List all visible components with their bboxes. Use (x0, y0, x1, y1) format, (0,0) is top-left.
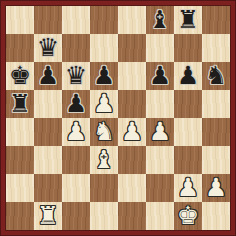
square-g3[interactable] (174, 146, 202, 174)
square-g5[interactable] (174, 90, 202, 118)
square-h2[interactable]: ♟ (202, 174, 230, 202)
square-d2[interactable] (90, 174, 118, 202)
square-a8[interactable] (6, 6, 34, 34)
square-f5[interactable] (146, 90, 174, 118)
piece-black-pawn[interactable]: ♟ (93, 62, 115, 90)
square-a7[interactable] (6, 34, 34, 62)
square-e7[interactable] (118, 34, 146, 62)
square-d1[interactable] (90, 202, 118, 230)
square-e1[interactable] (118, 202, 146, 230)
piece-black-pawn[interactable]: ♟ (177, 62, 199, 90)
square-c2[interactable] (62, 174, 90, 202)
piece-black-pawn[interactable]: ♟ (149, 62, 171, 90)
piece-white-pawn[interactable]: ♟ (149, 118, 171, 146)
piece-black-pawn[interactable]: ♟ (37, 62, 59, 90)
square-h3[interactable] (202, 146, 230, 174)
square-a5[interactable]: ♜ (6, 90, 34, 118)
square-e4[interactable]: ♟ (118, 118, 146, 146)
square-a3[interactable] (6, 146, 34, 174)
piece-white-pawn[interactable]: ♟ (121, 118, 143, 146)
square-c4[interactable]: ♟ (62, 118, 90, 146)
square-b5[interactable] (34, 90, 62, 118)
square-d3[interactable]: ♝ (90, 146, 118, 174)
square-h7[interactable] (202, 34, 230, 62)
square-b4[interactable] (34, 118, 62, 146)
square-b2[interactable] (34, 174, 62, 202)
square-e6[interactable] (118, 62, 146, 90)
square-g8[interactable]: ♜ (174, 6, 202, 34)
square-e8[interactable] (118, 6, 146, 34)
square-c1[interactable] (62, 202, 90, 230)
square-h6[interactable]: ♞ (202, 62, 230, 90)
square-b8[interactable] (34, 6, 62, 34)
chess-board: ♝♜♛♚♟♛♟♟♟♞♜♟♟♟♞♟♟♝♟♟♜♚ (6, 6, 230, 230)
square-c8[interactable] (62, 6, 90, 34)
piece-white-knight[interactable]: ♞ (93, 118, 115, 146)
square-f3[interactable] (146, 146, 174, 174)
square-a6[interactable]: ♚ (6, 62, 34, 90)
piece-white-pawn[interactable]: ♟ (93, 90, 115, 118)
piece-white-rook[interactable]: ♜ (37, 202, 59, 230)
square-d7[interactable] (90, 34, 118, 62)
square-d4[interactable]: ♞ (90, 118, 118, 146)
square-g1[interactable]: ♚ (174, 202, 202, 230)
square-f6[interactable]: ♟ (146, 62, 174, 90)
square-h1[interactable] (202, 202, 230, 230)
square-d6[interactable]: ♟ (90, 62, 118, 90)
square-f2[interactable] (146, 174, 174, 202)
square-c6[interactable]: ♛ (62, 62, 90, 90)
piece-white-pawn[interactable]: ♟ (205, 174, 227, 202)
piece-black-queen[interactable]: ♛ (37, 34, 59, 62)
square-e5[interactable] (118, 90, 146, 118)
square-g2[interactable]: ♟ (174, 174, 202, 202)
square-h8[interactable] (202, 6, 230, 34)
square-a2[interactable] (6, 174, 34, 202)
piece-black-pawn[interactable]: ♟ (65, 90, 87, 118)
square-h5[interactable] (202, 90, 230, 118)
piece-white-king[interactable]: ♚ (177, 202, 199, 230)
square-g7[interactable] (174, 34, 202, 62)
square-g6[interactable]: ♟ (174, 62, 202, 90)
square-e3[interactable] (118, 146, 146, 174)
square-c3[interactable] (62, 146, 90, 174)
piece-black-rook[interactable]: ♜ (9, 90, 31, 118)
square-d8[interactable] (90, 6, 118, 34)
piece-black-knight[interactable]: ♞ (205, 62, 227, 90)
square-b3[interactable] (34, 146, 62, 174)
piece-black-rook[interactable]: ♜ (177, 6, 199, 34)
square-f7[interactable] (146, 34, 174, 62)
square-h4[interactable] (202, 118, 230, 146)
piece-black-queen[interactable]: ♛ (65, 62, 87, 90)
piece-white-bishop[interactable]: ♝ (93, 146, 115, 174)
square-f8[interactable]: ♝ (146, 6, 174, 34)
piece-black-king[interactable]: ♚ (9, 62, 31, 90)
square-c5[interactable]: ♟ (62, 90, 90, 118)
piece-white-pawn[interactable]: ♟ (177, 174, 199, 202)
square-a4[interactable] (6, 118, 34, 146)
square-a1[interactable] (6, 202, 34, 230)
square-f4[interactable]: ♟ (146, 118, 174, 146)
square-g4[interactable] (174, 118, 202, 146)
piece-white-pawn[interactable]: ♟ (65, 118, 87, 146)
square-d5[interactable]: ♟ (90, 90, 118, 118)
square-b7[interactable]: ♛ (34, 34, 62, 62)
board-frame: ♝♜♛♚♟♛♟♟♟♞♜♟♟♟♞♟♟♝♟♟♜♚ (0, 0, 236, 236)
square-f1[interactable] (146, 202, 174, 230)
square-b6[interactable]: ♟ (34, 62, 62, 90)
piece-black-bishop[interactable]: ♝ (149, 6, 171, 34)
square-b1[interactable]: ♜ (34, 202, 62, 230)
square-c7[interactable] (62, 34, 90, 62)
square-e2[interactable] (118, 174, 146, 202)
